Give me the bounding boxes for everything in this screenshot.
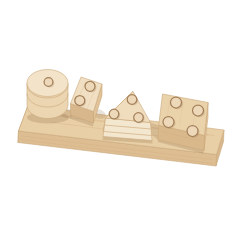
piece-triangle-stack: [103, 92, 152, 141]
peg-top: [85, 81, 95, 91]
shape-sorter-scene: [0, 0, 236, 236]
peg-top: [44, 78, 53, 87]
piece-circle-stack: [27, 70, 68, 119]
peg-top: [171, 97, 182, 108]
product-photo: [0, 0, 236, 236]
peg-top: [134, 113, 144, 123]
peg: [127, 95, 138, 106]
peg-top: [127, 95, 137, 105]
peg-top: [75, 96, 85, 106]
peg-top: [109, 109, 119, 119]
peg-top: [187, 126, 198, 137]
peg-top: [163, 117, 174, 128]
peg-top: [193, 105, 204, 116]
